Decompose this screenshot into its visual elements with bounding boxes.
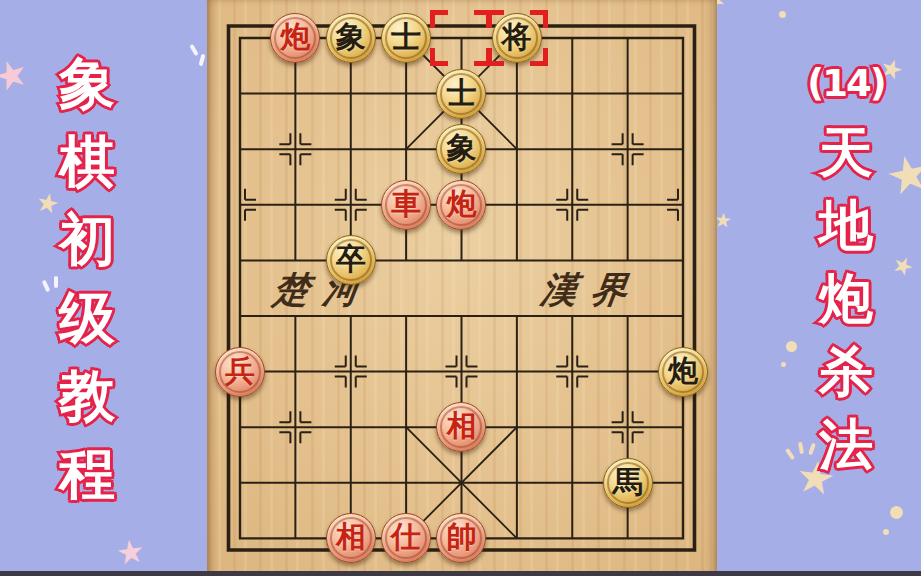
dot-decoration — [786, 341, 797, 352]
sparkle-decoration — [785, 448, 795, 460]
last-move-marker — [430, 10, 492, 66]
piece-black-advisor[interactable]: 士 — [436, 69, 486, 119]
star-decoration: ★ — [0, 52, 33, 99]
piece-character: 相 — [446, 411, 476, 441]
dot-decoration — [781, 362, 786, 367]
piece-character: 兵 — [225, 356, 255, 386]
piece-character: 士 — [446, 78, 476, 108]
banner-character: 杀 — [819, 345, 873, 399]
piece-character: 炮 — [446, 189, 476, 219]
banner-character: 程 — [59, 446, 115, 502]
last-move-marker — [486, 10, 548, 66]
piece-character: 炮 — [668, 356, 698, 386]
piece-character: 士 — [391, 22, 421, 52]
piece-black-elephant[interactable]: 象 — [326, 13, 376, 63]
banner-character: 教 — [59, 368, 115, 424]
piece-red-cannon[interactable]: 炮 — [436, 180, 486, 230]
piece-red-general[interactable]: 帥 — [436, 513, 486, 563]
banner-character: 初 — [59, 212, 115, 268]
piece-black-horse[interactable]: 馬 — [603, 458, 653, 508]
piece-red-advisor[interactable]: 仕 — [381, 513, 431, 563]
piece-red-cannon[interactable]: 炮 — [270, 13, 320, 63]
right-title-banner: (14)天地炮杀法 — [806, 60, 886, 472]
left-title-banner: 象棋初级教程 — [50, 56, 124, 502]
piece-character: 仕 — [391, 522, 421, 552]
banner-character: 地 — [819, 199, 873, 253]
piece-character: 馬 — [613, 467, 643, 497]
piece-black-advisor[interactable]: 士 — [381, 13, 431, 63]
piece-red-elephant[interactable]: 相 — [436, 402, 486, 452]
banner-character: 棋 — [59, 134, 115, 190]
sparkle-decoration — [199, 54, 206, 67]
piece-character: 帥 — [446, 522, 476, 552]
star-decoration: ★ — [888, 251, 918, 282]
sparkle-decoration — [189, 44, 198, 56]
star-decoration: ★ — [114, 534, 147, 570]
piece-character: 炮 — [280, 22, 310, 52]
piece-character: 相 — [336, 522, 366, 552]
bottom-edge-strip — [0, 571, 921, 576]
banner-character: 法 — [819, 418, 873, 472]
dot-decoration — [779, 11, 786, 18]
dot-decoration — [883, 529, 889, 535]
sparkle-decoration — [798, 442, 804, 455]
banner-character: (14) — [807, 60, 884, 107]
piece-character: 象 — [336, 22, 366, 52]
dot-decoration — [890, 506, 903, 519]
piece-red-chariot[interactable]: 車 — [381, 180, 431, 230]
banner-character: 天 — [819, 126, 873, 180]
banner-character: 炮 — [819, 272, 873, 326]
star-decoration: ★ — [881, 146, 921, 204]
piece-character: 車 — [391, 189, 421, 219]
banner-character: 象 — [59, 56, 115, 112]
banner-character: 级 — [59, 290, 115, 346]
piece-red-pawn[interactable]: 兵 — [215, 347, 265, 397]
piece-black-pawn[interactable]: 卒 — [326, 235, 376, 285]
board-grid: 炮象士将士象車炮卒兵炮相馬相仕帥 — [212, 10, 710, 566]
piece-black-elephant[interactable]: 象 — [436, 124, 486, 174]
piece-character: 象 — [446, 133, 476, 163]
video-frame: ★ ★ ★ ★ ★ ★ ★ ★ ★ 象棋初级教程 (14)天地炮杀法 楚河 漢界… — [0, 0, 921, 576]
xiangqi-board: 楚河 漢界 炮象士将士象車炮卒兵炮相馬相仕帥 — [207, 0, 717, 576]
piece-character: 卒 — [336, 244, 366, 274]
piece-black-cannon[interactable]: 炮 — [658, 347, 708, 397]
piece-red-elephant[interactable]: 相 — [326, 513, 376, 563]
